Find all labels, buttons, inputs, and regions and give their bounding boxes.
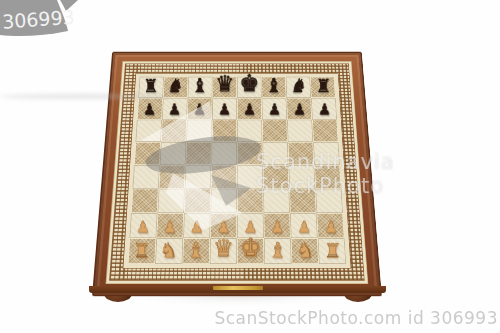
piece-black-pawn-h7: ♟ — [312, 90, 337, 117]
piece-white-pawn-h2: ♟ — [318, 207, 345, 235]
corner-watermark: 306993 — [0, 0, 90, 45]
center-watermark-text: Scandinavia StockPhoto — [256, 150, 395, 198]
watermark-shadow — [0, 94, 170, 99]
watermark-line-1: Scandinavia — [256, 150, 395, 174]
credit-watermark: ScanStockPhoto.com id 306993 — [214, 308, 498, 328]
logo-sail-top — [140, 101, 214, 141]
piece-white-rook-h1: ♜ — [319, 232, 347, 260]
piece-white-pawn-g2: ♟ — [291, 207, 318, 235]
stock-photo-chessboard: ♜♞♝♛♚♝♞♜♟♟♟♟♟♟♟♟♟♟♟♟♟♟♟♟♜♞♝♛♚♝♞♜ 306993 … — [0, 0, 500, 333]
piece-black-pawn-g7: ♟ — [287, 90, 312, 117]
piece-white-knight-g1: ♞ — [292, 232, 320, 260]
brass-clasp — [213, 286, 263, 290]
watermark-line-2: StockPhoto — [256, 174, 395, 198]
